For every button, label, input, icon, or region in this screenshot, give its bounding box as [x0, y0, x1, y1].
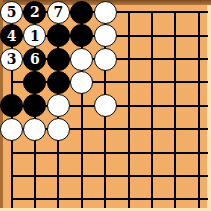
white-stone: [47, 118, 70, 141]
white-stone: [94, 48, 117, 71]
move-number-label: 4: [7, 29, 17, 43]
grid-line-vertical: [151, 11, 153, 208]
black-stone: [70, 24, 93, 47]
white-stone: [94, 94, 117, 117]
white-stone: [23, 118, 46, 141]
grid-line-vertical: [128, 11, 130, 208]
move-number-label: 1: [30, 29, 40, 43]
grid-line-horizontal: [11, 198, 209, 200]
grid-line-horizontal: [11, 175, 209, 177]
black-stone: [23, 71, 46, 94]
board-edge-light-bottom: [0, 208, 211, 211]
black-stone-move-4: 4: [0, 24, 23, 47]
white-stone-move-7: 7: [47, 1, 70, 24]
white-stone-move-5: 5: [0, 1, 23, 24]
black-stone-move-6: 6: [23, 48, 46, 71]
white-stone: [70, 71, 93, 94]
white-stone-move-1: 1: [23, 24, 46, 47]
white-stone: [47, 94, 70, 117]
black-stone: [70, 1, 93, 24]
white-stone: [0, 118, 23, 141]
black-stone: [47, 71, 70, 94]
white-stone: [70, 48, 93, 71]
white-stone: [94, 24, 117, 47]
white-stone: [94, 1, 117, 24]
move-number-label: 5: [7, 5, 17, 19]
black-stone: [0, 94, 23, 117]
black-stone: [23, 94, 46, 117]
grid-line-vertical: [198, 11, 200, 208]
black-stone: [47, 48, 70, 71]
grid-line-vertical: [174, 11, 176, 208]
move-number-label: 3: [7, 52, 17, 66]
go-board: 5274136: [0, 0, 211, 211]
grid-line-horizontal: [11, 152, 209, 154]
black-stone-move-2: 2: [23, 1, 46, 24]
move-number-label: 6: [30, 52, 40, 66]
black-stone: [47, 24, 70, 47]
white-stone-move-3: 3: [0, 48, 23, 71]
move-number-label: 7: [53, 5, 63, 19]
move-number-label: 2: [30, 5, 40, 19]
